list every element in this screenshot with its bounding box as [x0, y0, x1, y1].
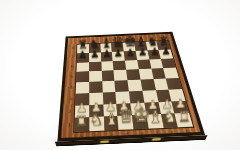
chessboard-scene: ♜♞♝♛♚♝♞♜♟♟♟♟♟♟♟♟♟♟♟♟♟♟♟♟♜♞♝♛♚♝♞♜ abcdefg… [0, 0, 240, 150]
black-bishop-c8: ♝ [100, 37, 112, 51]
product-photo-background: ♜♞♝♛♚♝♞♜♟♟♟♟♟♟♟♟♟♟♟♟♟♟♟♟♜♞♝♛♚♝♞♜ abcdefg… [0, 0, 240, 150]
white-pawn-h2: ♟ [173, 98, 188, 111]
file-label-b: b [95, 134, 99, 139]
square-a2: ♟ [75, 105, 89, 118]
white-pawn-a2: ♟ [74, 102, 89, 115]
square-b5 [89, 71, 102, 82]
square-d6 [113, 60, 126, 70]
square-f2: ♟ [144, 102, 160, 115]
black-king-e8: ♚ [123, 33, 135, 49]
square-a3 [75, 93, 89, 105]
square-h3 [169, 89, 186, 101]
square-h4 [166, 78, 182, 89]
square-h6 [161, 58, 176, 68]
square-d3 [116, 91, 131, 103]
square-a6 [76, 62, 88, 72]
square-c4 [102, 81, 116, 93]
square-h5 [163, 68, 178, 79]
board-frame: ♜♞♝♛♚♝♞♜♟♟♟♟♟♟♟♟♟♟♟♟♟♟♟♟♜♞♝♛♚♝♞♜ abcdefg… [57, 32, 205, 142]
square-e6 [125, 60, 139, 70]
square-a5 [76, 72, 89, 83]
square-c3 [102, 92, 116, 104]
rank-label-8: 8 [72, 47, 75, 50]
square-g6 [149, 59, 163, 69]
square-c1: ♝ [103, 116, 118, 130]
file-label-e: e [141, 132, 145, 137]
rank-label-1: 1 [68, 123, 72, 128]
rank-label-6: 6 [71, 65, 74, 69]
square-d4 [115, 80, 129, 92]
file-label-c: c [110, 133, 113, 138]
black-rook-a8: ♜ [77, 39, 89, 51]
file-label-a: a [79, 135, 82, 140]
square-c5 [101, 70, 114, 81]
square-b2: ♟ [89, 104, 103, 117]
square-h1: ♜ [175, 113, 193, 127]
square-b3 [89, 92, 103, 104]
white-pawn-c2: ♟ [103, 101, 118, 114]
file-label-d: d [125, 133, 129, 138]
black-rook-h8: ♜ [158, 36, 170, 48]
brass-hinge-icon [101, 140, 109, 142]
square-g4 [153, 78, 169, 90]
square-c6 [101, 61, 114, 71]
perspective-wrapper: ♜♞♝♛♚♝♞♜♟♟♟♟♟♟♟♟♟♟♟♟♟♟♟♟♜♞♝♛♚♝♞♜ abcdefg… [0, 0, 240, 150]
rank-label-4: 4 [70, 86, 73, 90]
rank-label-2: 2 [68, 110, 71, 115]
square-a1: ♜ [74, 117, 89, 131]
square-e2: ♟ [130, 102, 146, 115]
black-knight-b8: ♞ [88, 38, 100, 51]
square-h2: ♟ [172, 101, 189, 114]
file-label-g: g [170, 131, 175, 136]
board-grid: ♜♞♝♛♚♝♞♜♟♟♟♟♟♟♟♟♟♟♟♟♟♟♟♟♜♞♝♛♚♝♞♜ [73, 40, 194, 133]
square-b4 [89, 81, 102, 93]
rank-label-3: 3 [69, 98, 72, 102]
file-label-h: h [186, 130, 191, 135]
white-rook-h1: ♜ [177, 109, 192, 124]
square-b6 [89, 61, 101, 71]
square-a4 [76, 82, 89, 94]
square-b1: ♞ [89, 117, 104, 131]
file-label-f: f [156, 131, 159, 136]
chess-board: ♜♞♝♛♚♝♞♜♟♟♟♟♟♟♟♟♟♟♟♟♟♟♟♟♜♞♝♛♚♝♞♜ abcdefg… [57, 32, 205, 142]
square-d5 [114, 70, 128, 81]
square-d1: ♛ [118, 116, 134, 130]
square-g5 [151, 68, 166, 79]
rank-label-7: 7 [71, 56, 74, 59]
brass-hinge-icon [152, 138, 161, 140]
square-c2: ♟ [103, 104, 118, 117]
rank-label-5: 5 [70, 75, 73, 79]
square-e1: ♚ [132, 115, 149, 129]
